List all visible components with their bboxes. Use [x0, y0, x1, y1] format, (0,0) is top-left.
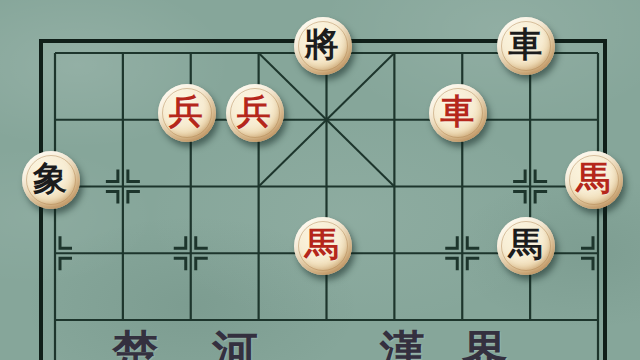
river-label: 界 — [462, 329, 508, 360]
xiangqi-board[interactable]: 將車兵兵車象馬馬馬 楚河漢界 — [0, 0, 640, 360]
piece-glyph: 將 — [305, 27, 339, 61]
piece-black-general[interactable]: 將 — [294, 17, 352, 75]
piece-red-horse[interactable]: 馬 — [294, 217, 352, 275]
river-label: 漢 — [380, 329, 426, 360]
piece-glyph: 兵 — [169, 94, 203, 128]
piece-black-chariot[interactable]: 車 — [497, 17, 555, 75]
piece-red-chariot[interactable]: 車 — [429, 84, 487, 142]
piece-black-horse[interactable]: 馬 — [497, 217, 555, 275]
piece-black-elephant[interactable]: 象 — [22, 151, 80, 209]
piece-glyph: 兵 — [237, 94, 271, 128]
river-label: 楚 — [112, 329, 158, 360]
piece-glyph: 象 — [33, 161, 67, 195]
piece-glyph: 馬 — [305, 227, 339, 261]
piece-red-soldier[interactable]: 兵 — [158, 84, 216, 142]
piece-glyph: 馬 — [508, 227, 542, 261]
piece-glyph: 車 — [440, 94, 474, 128]
piece-red-soldier[interactable]: 兵 — [226, 84, 284, 142]
river-label: 河 — [212, 329, 258, 360]
piece-red-horse[interactable]: 馬 — [565, 151, 623, 209]
piece-glyph: 馬 — [576, 161, 610, 195]
piece-glyph: 車 — [508, 27, 542, 61]
